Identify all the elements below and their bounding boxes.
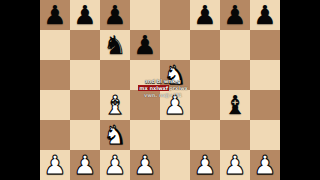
white-bishop: ♝ (103, 90, 126, 120)
square-h4[interactable] (250, 90, 280, 120)
square-f6[interactable] (190, 30, 220, 60)
square-e2[interactable] (160, 150, 190, 180)
square-c5[interactable] (100, 60, 130, 90)
square-e5[interactable]: ♞ (160, 60, 190, 90)
black-pawn: ♟ (253, 0, 276, 30)
square-c4[interactable]: ♝ (100, 90, 130, 120)
square-b2[interactable]: ♟ (70, 150, 100, 180)
square-g2[interactable]: ♟ (220, 150, 250, 180)
square-f2[interactable]: ♟ (190, 150, 220, 180)
square-g6[interactable] (220, 30, 250, 60)
black-pawn: ♟ (223, 0, 246, 30)
square-f3[interactable] (190, 120, 220, 150)
white-pawn: ♟ (73, 150, 96, 180)
black-pawn: ♟ (103, 0, 126, 30)
square-b4[interactable] (70, 90, 100, 120)
black-pawn: ♟ (193, 0, 216, 30)
square-d2[interactable]: ♟ (130, 150, 160, 180)
square-h7[interactable]: ♟ (250, 0, 280, 30)
white-knight: ♞ (163, 60, 186, 90)
white-pawn: ♟ (163, 90, 186, 120)
square-g5[interactable] (220, 60, 250, 90)
square-g7[interactable]: ♟ (220, 0, 250, 30)
square-a7[interactable]: ♟ (40, 0, 70, 30)
black-pawn: ♟ (73, 0, 96, 30)
square-h2[interactable]: ♟ (250, 150, 280, 180)
square-d6[interactable]: ♟ (130, 30, 160, 60)
white-pawn: ♟ (43, 150, 66, 180)
square-b6[interactable] (70, 30, 100, 60)
black-bishop: ♝ (223, 90, 246, 120)
square-a6[interactable] (40, 30, 70, 60)
square-d7[interactable] (130, 0, 160, 30)
white-pawn: ♟ (133, 150, 156, 180)
square-a4[interactable] (40, 90, 70, 120)
white-pawn: ♟ (253, 150, 276, 180)
white-pawn: ♟ (193, 150, 216, 180)
square-h5[interactable] (250, 60, 280, 90)
square-f5[interactable] (190, 60, 220, 90)
square-h6[interactable] (250, 30, 280, 60)
square-a2[interactable]: ♟ (40, 150, 70, 180)
square-c2[interactable]: ♟ (100, 150, 130, 180)
square-f4[interactable] (190, 90, 220, 120)
square-e7[interactable] (160, 0, 190, 30)
square-e6[interactable] (160, 30, 190, 60)
black-knight: ♞ (103, 30, 126, 60)
letterbox-right-bar (280, 0, 320, 180)
square-e4[interactable]: ♟ (160, 90, 190, 120)
square-d4[interactable] (130, 90, 160, 120)
white-pawn: ♟ (103, 150, 126, 180)
square-b5[interactable] (70, 60, 100, 90)
square-d3[interactable] (130, 120, 160, 150)
square-a3[interactable] (40, 120, 70, 150)
square-h3[interactable] (250, 120, 280, 150)
square-c6[interactable]: ♞ (100, 30, 130, 60)
square-b3[interactable] (70, 120, 100, 150)
square-a5[interactable] (40, 60, 70, 90)
square-g3[interactable] (220, 120, 250, 150)
black-pawn: ♟ (43, 0, 66, 30)
black-pawn: ♟ (133, 30, 156, 60)
letterbox-left-bar (0, 0, 40, 180)
square-g4[interactable]: ♝ (220, 90, 250, 120)
square-f7[interactable]: ♟ (190, 0, 220, 30)
square-d5[interactable] (130, 60, 160, 90)
square-b7[interactable]: ♟ (70, 0, 100, 30)
square-c3[interactable]: ♞ (100, 120, 130, 150)
white-pawn: ♟ (223, 150, 246, 180)
video-frame: ♟♟♟♟♟♟♞♟♞♝♟♝♞♟♟♟♟♟♟♟ ɜnd bl wnk-g mx nxl… (0, 0, 320, 180)
chess-board: ♟♟♟♟♟♟♞♟♞♝♟♝♞♟♟♟♟♟♟♟ (40, 0, 280, 180)
square-e3[interactable] (160, 120, 190, 150)
square-c7[interactable]: ♟ (100, 0, 130, 30)
white-knight: ♞ (103, 120, 126, 150)
